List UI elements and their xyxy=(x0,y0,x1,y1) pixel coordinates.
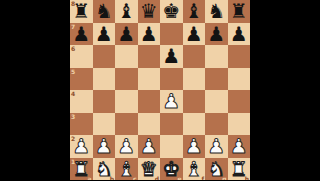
square-f5[interactable] xyxy=(183,68,206,91)
white-bishop-f1[interactable]: ♝ xyxy=(185,157,203,180)
black-pawn-b7[interactable]: ♟ xyxy=(95,22,113,45)
square-g8[interactable]: ♞ xyxy=(205,0,228,23)
black-pawn-c7[interactable]: ♟ xyxy=(117,22,135,45)
square-a4[interactable]: 4 xyxy=(70,90,93,113)
black-rook-a8[interactable]: ♜ xyxy=(72,0,90,22)
square-b5[interactable] xyxy=(93,68,116,91)
rank-label-4: 4 xyxy=(71,91,75,97)
black-pawn-h7[interactable]: ♟ xyxy=(230,22,248,45)
square-h7[interactable]: ♟ xyxy=(228,23,251,46)
black-knight-g8[interactable]: ♞ xyxy=(207,0,225,22)
square-d1[interactable]: d♛ xyxy=(138,158,161,181)
square-b8[interactable]: ♞ xyxy=(93,0,116,23)
square-h1[interactable]: h♜ xyxy=(228,158,251,181)
square-d6[interactable] xyxy=(138,45,161,68)
square-e2[interactable] xyxy=(160,135,183,158)
square-h6[interactable] xyxy=(228,45,251,68)
square-a8[interactable]: 8♜ xyxy=(70,0,93,23)
black-pawn-g7[interactable]: ♟ xyxy=(207,22,225,45)
square-e3[interactable] xyxy=(160,113,183,136)
square-f6[interactable] xyxy=(183,45,206,68)
square-e8[interactable]: ♚ xyxy=(160,0,183,23)
square-f4[interactable] xyxy=(183,90,206,113)
square-a7[interactable]: 7♟ xyxy=(70,23,93,46)
square-b7[interactable]: ♟ xyxy=(93,23,116,46)
square-d5[interactable] xyxy=(138,68,161,91)
square-c8[interactable]: ♝ xyxy=(115,0,138,23)
white-knight-g1[interactable]: ♞ xyxy=(207,157,225,180)
square-f2[interactable]: ♟ xyxy=(183,135,206,158)
letterbox-stage: 8♜♞♝♛♚♝♞♜7♟♟♟♟♟♟♟6♟54♟32♟♟♟♟♟♟♟1a♜b♞c♝d♛… xyxy=(0,0,320,180)
square-f1[interactable]: f♝ xyxy=(183,158,206,181)
white-rook-a1[interactable]: ♜ xyxy=(72,157,90,180)
chess-board: 8♜♞♝♛♚♝♞♜7♟♟♟♟♟♟♟6♟54♟32♟♟♟♟♟♟♟1a♜b♞c♝d♛… xyxy=(70,0,250,180)
white-pawn-g2[interactable]: ♟ xyxy=(207,135,225,158)
rank-label-6: 6 xyxy=(71,46,75,52)
square-h8[interactable]: ♜ xyxy=(228,0,251,23)
square-f8[interactable]: ♝ xyxy=(183,0,206,23)
white-pawn-f2[interactable]: ♟ xyxy=(185,135,203,158)
square-h3[interactable] xyxy=(228,113,251,136)
square-b1[interactable]: b♞ xyxy=(93,158,116,181)
rank-label-3: 3 xyxy=(71,114,75,120)
square-c5[interactable] xyxy=(115,68,138,91)
black-king-e8[interactable]: ♚ xyxy=(162,0,180,22)
square-h2[interactable]: ♟ xyxy=(228,135,251,158)
black-bishop-c8[interactable]: ♝ xyxy=(117,0,135,22)
white-bishop-c1[interactable]: ♝ xyxy=(117,157,135,180)
square-g7[interactable]: ♟ xyxy=(205,23,228,46)
square-g1[interactable]: g♞ xyxy=(205,158,228,181)
square-b4[interactable] xyxy=(93,90,116,113)
square-e6[interactable]: ♟ xyxy=(160,45,183,68)
square-f3[interactable] xyxy=(183,113,206,136)
square-g2[interactable]: ♟ xyxy=(205,135,228,158)
black-queen-d8[interactable]: ♛ xyxy=(140,0,158,22)
square-c4[interactable] xyxy=(115,90,138,113)
black-pawn-a7[interactable]: ♟ xyxy=(72,22,90,45)
white-pawn-a2[interactable]: ♟ xyxy=(72,135,90,158)
square-a2[interactable]: 2♟ xyxy=(70,135,93,158)
square-e7[interactable] xyxy=(160,23,183,46)
black-pawn-f7[interactable]: ♟ xyxy=(185,22,203,45)
square-e5[interactable] xyxy=(160,68,183,91)
square-c1[interactable]: c♝ xyxy=(115,158,138,181)
white-pawn-c2[interactable]: ♟ xyxy=(117,135,135,158)
square-d3[interactable] xyxy=(138,113,161,136)
square-b3[interactable] xyxy=(93,113,116,136)
white-king-e1[interactable]: ♚ xyxy=(162,157,180,180)
square-d8[interactable]: ♛ xyxy=(138,0,161,23)
square-e4[interactable]: ♟ xyxy=(160,90,183,113)
square-c6[interactable] xyxy=(115,45,138,68)
square-d7[interactable]: ♟ xyxy=(138,23,161,46)
white-queen-d1[interactable]: ♛ xyxy=(140,157,158,180)
square-g4[interactable] xyxy=(205,90,228,113)
black-pawn-d7[interactable]: ♟ xyxy=(140,22,158,45)
square-d4[interactable] xyxy=(138,90,161,113)
square-g5[interactable] xyxy=(205,68,228,91)
black-knight-b8[interactable]: ♞ xyxy=(95,0,113,22)
square-e1[interactable]: e♚ xyxy=(160,158,183,181)
square-b6[interactable] xyxy=(93,45,116,68)
white-pawn-h2[interactable]: ♟ xyxy=(230,135,248,158)
square-a6[interactable]: 6 xyxy=(70,45,93,68)
square-a3[interactable]: 3 xyxy=(70,113,93,136)
square-c2[interactable]: ♟ xyxy=(115,135,138,158)
square-f7[interactable]: ♟ xyxy=(183,23,206,46)
white-pawn-e4[interactable]: ♟ xyxy=(162,90,180,113)
square-h5[interactable] xyxy=(228,68,251,91)
rank-label-5: 5 xyxy=(71,69,75,75)
black-bishop-f8[interactable]: ♝ xyxy=(185,0,203,22)
white-pawn-d2[interactable]: ♟ xyxy=(140,135,158,158)
square-g6[interactable] xyxy=(205,45,228,68)
square-h4[interactable] xyxy=(228,90,251,113)
black-rook-h8[interactable]: ♜ xyxy=(230,0,248,22)
white-pawn-b2[interactable]: ♟ xyxy=(95,135,113,158)
square-c3[interactable] xyxy=(115,113,138,136)
square-c7[interactable]: ♟ xyxy=(115,23,138,46)
white-knight-b1[interactable]: ♞ xyxy=(95,157,113,180)
square-a1[interactable]: 1a♜ xyxy=(70,158,93,181)
square-b2[interactable]: ♟ xyxy=(93,135,116,158)
black-pawn-e6[interactable]: ♟ xyxy=(162,45,180,68)
square-d2[interactable]: ♟ xyxy=(138,135,161,158)
square-g3[interactable] xyxy=(205,113,228,136)
white-rook-h1[interactable]: ♜ xyxy=(230,157,248,180)
square-a5[interactable]: 5 xyxy=(70,68,93,91)
